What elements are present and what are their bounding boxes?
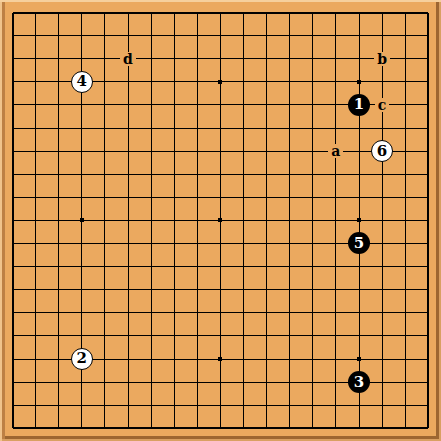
star-point	[357, 218, 361, 222]
star-point	[357, 80, 361, 84]
marker-b: b	[374, 52, 390, 66]
star-point	[218, 80, 222, 84]
board-grid: abcd123456	[1, 1, 440, 440]
marker-a: a	[328, 144, 343, 158]
stone-black-3: 3	[348, 371, 370, 393]
star-point	[218, 357, 222, 361]
go-board: abcd123456	[0, 0, 441, 441]
marker-c: c	[375, 98, 390, 112]
stone-white-2: 2	[71, 348, 93, 370]
star-point	[357, 357, 361, 361]
star-point	[218, 218, 222, 222]
marker-d: d	[120, 52, 136, 66]
stone-white-4: 4	[71, 71, 93, 93]
star-point	[80, 218, 84, 222]
stone-black-1: 1	[348, 94, 370, 116]
stone-white-6: 6	[371, 140, 393, 162]
stone-black-5: 5	[348, 232, 370, 254]
